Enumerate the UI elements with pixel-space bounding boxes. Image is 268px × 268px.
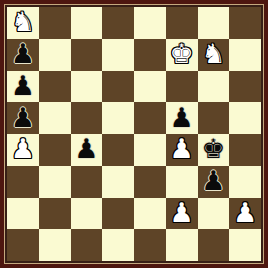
square-f3[interactable]: [166, 166, 198, 198]
square-c5[interactable]: [71, 102, 103, 134]
piece-white-king: ♚: [170, 40, 194, 67]
square-c3[interactable]: [71, 166, 103, 198]
square-e2[interactable]: [134, 198, 166, 230]
square-e6[interactable]: [134, 71, 166, 103]
chess-board: ♞♟♚♞♟♟♟♟♟♟♚♟♟♟: [7, 7, 261, 261]
piece-black-pawn: ♟: [201, 167, 225, 194]
piece-black-king: ♚: [201, 135, 225, 162]
chess-board-frame: ♞♟♚♞♟♟♟♟♟♟♚♟♟♟: [0, 0, 268, 268]
square-g7[interactable]: ♞: [198, 39, 230, 71]
square-a3[interactable]: [7, 166, 39, 198]
square-e5[interactable]: [134, 102, 166, 134]
square-h2[interactable]: ♟: [229, 198, 261, 230]
square-h7[interactable]: [229, 39, 261, 71]
square-e8[interactable]: [134, 7, 166, 39]
square-d6[interactable]: [102, 71, 134, 103]
square-b5[interactable]: [39, 102, 71, 134]
piece-white-pawn: ♟: [11, 135, 35, 162]
square-g2[interactable]: [198, 198, 230, 230]
square-b7[interactable]: [39, 39, 71, 71]
square-b3[interactable]: [39, 166, 71, 198]
piece-black-pawn: ♟: [11, 72, 35, 99]
square-f5[interactable]: ♟: [166, 102, 198, 134]
piece-black-pawn: ♟: [74, 135, 98, 162]
piece-white-knight: ♞: [201, 40, 225, 67]
square-b8[interactable]: [39, 7, 71, 39]
square-d2[interactable]: [102, 198, 134, 230]
square-e1[interactable]: [134, 229, 166, 261]
square-a2[interactable]: [7, 198, 39, 230]
square-a1[interactable]: [7, 229, 39, 261]
square-a8[interactable]: ♞: [7, 7, 39, 39]
square-a6[interactable]: ♟: [7, 71, 39, 103]
square-c1[interactable]: [71, 229, 103, 261]
square-d1[interactable]: [102, 229, 134, 261]
square-d5[interactable]: [102, 102, 134, 134]
piece-white-knight: ♞: [11, 8, 35, 35]
square-d8[interactable]: [102, 7, 134, 39]
square-f2[interactable]: ♟: [166, 198, 198, 230]
square-e7[interactable]: [134, 39, 166, 71]
piece-black-pawn: ♟: [11, 40, 35, 67]
square-h3[interactable]: [229, 166, 261, 198]
piece-white-pawn: ♟: [170, 135, 194, 162]
square-g5[interactable]: [198, 102, 230, 134]
square-g4[interactable]: ♚: [198, 134, 230, 166]
square-a4[interactable]: ♟: [7, 134, 39, 166]
square-h1[interactable]: [229, 229, 261, 261]
square-h6[interactable]: [229, 71, 261, 103]
square-f1[interactable]: [166, 229, 198, 261]
square-c7[interactable]: [71, 39, 103, 71]
square-c2[interactable]: [71, 198, 103, 230]
square-d7[interactable]: [102, 39, 134, 71]
square-b4[interactable]: [39, 134, 71, 166]
square-b2[interactable]: [39, 198, 71, 230]
square-f8[interactable]: [166, 7, 198, 39]
square-f4[interactable]: ♟: [166, 134, 198, 166]
square-c8[interactable]: [71, 7, 103, 39]
square-f7[interactable]: ♚: [166, 39, 198, 71]
piece-black-pawn: ♟: [170, 104, 194, 131]
square-h8[interactable]: [229, 7, 261, 39]
square-g8[interactable]: [198, 7, 230, 39]
square-a7[interactable]: ♟: [7, 39, 39, 71]
square-h4[interactable]: [229, 134, 261, 166]
piece-white-pawn: ♟: [233, 199, 257, 226]
square-b1[interactable]: [39, 229, 71, 261]
square-c6[interactable]: [71, 71, 103, 103]
square-d4[interactable]: [102, 134, 134, 166]
piece-black-pawn: ♟: [11, 104, 35, 131]
square-e3[interactable]: [134, 166, 166, 198]
square-g1[interactable]: [198, 229, 230, 261]
piece-white-pawn: ♟: [170, 199, 194, 226]
square-g6[interactable]: [198, 71, 230, 103]
square-g3[interactable]: ♟: [198, 166, 230, 198]
square-e4[interactable]: [134, 134, 166, 166]
square-f6[interactable]: [166, 71, 198, 103]
square-d3[interactable]: [102, 166, 134, 198]
square-a5[interactable]: ♟: [7, 102, 39, 134]
square-b6[interactable]: [39, 71, 71, 103]
square-c4[interactable]: ♟: [71, 134, 103, 166]
square-h5[interactable]: [229, 102, 261, 134]
